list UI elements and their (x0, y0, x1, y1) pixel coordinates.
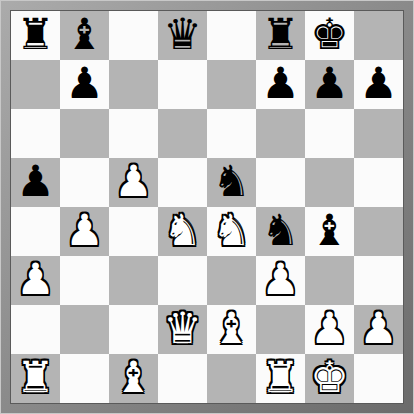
square-h8[interactable] (354, 11, 403, 60)
square-f7[interactable]: ♟ (256, 60, 305, 109)
square-e4[interactable]: ♞ (207, 207, 256, 256)
square-h7[interactable]: ♟ (354, 60, 403, 109)
square-c5[interactable]: ♟ (109, 158, 158, 207)
black-knight[interactable]: ♞ (212, 160, 251, 203)
square-d7[interactable] (158, 60, 207, 109)
black-pawn[interactable]: ♟ (261, 62, 300, 105)
chess-board: ♜♝♛♜♚♟♟♟♟♟♟♞♟♞♞♞♝♟♟♛♝♟♟♜♝♜♚ (10, 10, 404, 404)
square-b3[interactable] (60, 256, 109, 305)
square-g8[interactable]: ♚ (305, 11, 354, 60)
square-g2[interactable]: ♟ (305, 305, 354, 354)
square-d3[interactable] (158, 256, 207, 305)
white-pawn[interactable]: ♟ (261, 258, 300, 301)
square-g4[interactable]: ♝ (305, 207, 354, 256)
square-h6[interactable] (354, 109, 403, 158)
square-a1[interactable]: ♜ (11, 354, 60, 403)
square-a3[interactable]: ♟ (11, 256, 60, 305)
square-a8[interactable]: ♜ (11, 11, 60, 60)
white-king[interactable]: ♚ (310, 356, 349, 399)
square-g1[interactable]: ♚ (305, 354, 354, 403)
square-h1[interactable] (354, 354, 403, 403)
square-d4[interactable]: ♞ (158, 207, 207, 256)
square-g3[interactable] (305, 256, 354, 305)
square-b8[interactable]: ♝ (60, 11, 109, 60)
square-h5[interactable] (354, 158, 403, 207)
square-e2[interactable]: ♝ (207, 305, 256, 354)
white-bishop[interactable]: ♝ (114, 356, 153, 399)
square-f2[interactable] (256, 305, 305, 354)
black-king[interactable]: ♚ (310, 13, 349, 56)
square-d5[interactable] (158, 158, 207, 207)
black-rook[interactable]: ♜ (16, 13, 55, 56)
square-c6[interactable] (109, 109, 158, 158)
white-rook[interactable]: ♜ (16, 356, 55, 399)
square-e7[interactable] (207, 60, 256, 109)
square-c2[interactable] (109, 305, 158, 354)
square-b7[interactable]: ♟ (60, 60, 109, 109)
square-d6[interactable] (158, 109, 207, 158)
square-b4[interactable]: ♟ (60, 207, 109, 256)
black-bishop[interactable]: ♝ (65, 13, 104, 56)
black-knight[interactable]: ♞ (261, 209, 300, 252)
square-c3[interactable] (109, 256, 158, 305)
square-b6[interactable] (60, 109, 109, 158)
square-g7[interactable]: ♟ (305, 60, 354, 109)
square-a4[interactable] (11, 207, 60, 256)
square-a2[interactable] (11, 305, 60, 354)
square-c1[interactable]: ♝ (109, 354, 158, 403)
square-e8[interactable] (207, 11, 256, 60)
square-h3[interactable] (354, 256, 403, 305)
white-knight[interactable]: ♞ (163, 209, 202, 252)
white-queen[interactable]: ♛ (163, 307, 202, 350)
square-h2[interactable]: ♟ (354, 305, 403, 354)
square-a7[interactable] (11, 60, 60, 109)
square-b5[interactable] (60, 158, 109, 207)
white-knight[interactable]: ♞ (212, 209, 251, 252)
black-queen[interactable]: ♛ (163, 13, 202, 56)
black-rook[interactable]: ♜ (261, 13, 300, 56)
white-pawn[interactable]: ♟ (310, 307, 349, 350)
black-pawn[interactable]: ♟ (310, 62, 349, 105)
square-e5[interactable]: ♞ (207, 158, 256, 207)
square-d8[interactable]: ♛ (158, 11, 207, 60)
square-f1[interactable]: ♜ (256, 354, 305, 403)
black-pawn[interactable]: ♟ (16, 160, 55, 203)
white-pawn[interactable]: ♟ (65, 209, 104, 252)
board-frame: ♜♝♛♜♚♟♟♟♟♟♟♞♟♞♞♞♝♟♟♛♝♟♟♜♝♜♚ (0, 0, 414, 414)
square-g6[interactable] (305, 109, 354, 158)
square-c8[interactable] (109, 11, 158, 60)
square-h4[interactable] (354, 207, 403, 256)
black-pawn[interactable]: ♟ (359, 62, 398, 105)
square-g5[interactable] (305, 158, 354, 207)
white-rook[interactable]: ♜ (261, 356, 300, 399)
square-d1[interactable] (158, 354, 207, 403)
square-f5[interactable] (256, 158, 305, 207)
square-e6[interactable] (207, 109, 256, 158)
square-f8[interactable]: ♜ (256, 11, 305, 60)
square-f3[interactable]: ♟ (256, 256, 305, 305)
black-pawn[interactable]: ♟ (65, 62, 104, 105)
square-b2[interactable] (60, 305, 109, 354)
square-c4[interactable] (109, 207, 158, 256)
square-e1[interactable] (207, 354, 256, 403)
square-a6[interactable] (11, 109, 60, 158)
black-bishop[interactable]: ♝ (310, 209, 349, 252)
square-a5[interactable]: ♟ (11, 158, 60, 207)
square-c7[interactable] (109, 60, 158, 109)
square-b1[interactable] (60, 354, 109, 403)
white-pawn[interactable]: ♟ (16, 258, 55, 301)
white-bishop[interactable]: ♝ (212, 307, 251, 350)
square-f6[interactable] (256, 109, 305, 158)
square-e3[interactable] (207, 256, 256, 305)
square-f4[interactable]: ♞ (256, 207, 305, 256)
white-pawn[interactable]: ♟ (114, 160, 153, 203)
white-pawn[interactable]: ♟ (359, 307, 398, 350)
square-d2[interactable]: ♛ (158, 305, 207, 354)
